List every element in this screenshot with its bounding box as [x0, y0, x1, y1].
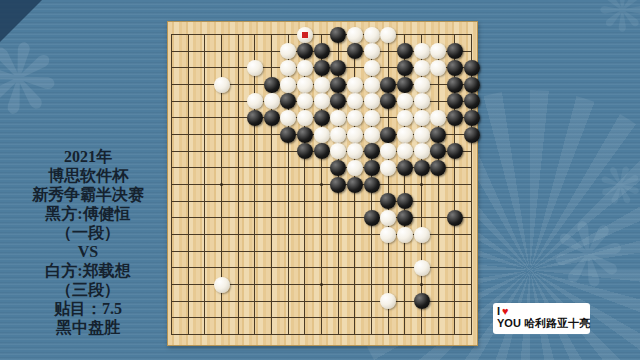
- white-stone: [364, 43, 380, 59]
- white-stone: [347, 93, 363, 109]
- black-stone: [364, 177, 380, 193]
- black-stone: [364, 210, 380, 226]
- info-line-7: （三段）: [6, 280, 170, 299]
- star-point: [320, 283, 323, 286]
- white-stone: [314, 77, 330, 93]
- black-stone: [247, 110, 263, 126]
- white-stone: [380, 143, 396, 159]
- white-stone: [347, 160, 363, 176]
- white-stone: [364, 27, 380, 43]
- white-stone: [414, 260, 430, 276]
- black-stone: [330, 27, 346, 43]
- white-stone: [364, 127, 380, 143]
- info-line-9: 黑中盘胜: [6, 318, 170, 337]
- white-stone: [247, 60, 263, 76]
- white-stone: [380, 210, 396, 226]
- logo-i-text: I: [497, 305, 500, 317]
- star-point: [420, 183, 423, 186]
- game-info-panel: 2021年博思软件杯新秀争霸半决赛黑方:傅健恒（一段）VS白方:郑载想（三段）贴…: [6, 147, 170, 337]
- black-stone: [447, 93, 463, 109]
- black-stone: [330, 60, 346, 76]
- info-line-5: VS: [6, 242, 170, 261]
- black-stone: [314, 110, 330, 126]
- black-stone: [380, 77, 396, 93]
- white-stone: [297, 93, 313, 109]
- black-stone: [447, 77, 463, 93]
- logo-bottom-line: YOU 哈利路亚十亮: [497, 317, 586, 330]
- black-stone: [314, 143, 330, 159]
- white-stone: [297, 60, 313, 76]
- black-stone: [447, 43, 463, 59]
- last-move-marker: [302, 32, 308, 38]
- black-stone: [464, 93, 480, 109]
- white-stone: [280, 43, 296, 59]
- white-stone: [314, 127, 330, 143]
- black-stone: [314, 43, 330, 59]
- black-stone: [264, 110, 280, 126]
- black-stone: [314, 60, 330, 76]
- black-stone: [364, 160, 380, 176]
- white-stone: [397, 110, 413, 126]
- white-stone: [347, 127, 363, 143]
- white-stone: [430, 60, 446, 76]
- white-stone: [380, 160, 396, 176]
- black-stone: [397, 77, 413, 93]
- white-stone: [364, 77, 380, 93]
- black-stone: [380, 127, 396, 143]
- white-stone: [380, 227, 396, 243]
- white-stone: [264, 93, 280, 109]
- white-stone: [414, 77, 430, 93]
- white-stone: [364, 60, 380, 76]
- white-stone: [280, 77, 296, 93]
- star-point: [220, 183, 223, 186]
- white-stone: [414, 110, 430, 126]
- white-stone: [380, 293, 396, 309]
- info-line-6: 白方:郑载想: [6, 261, 170, 280]
- white-stone: [380, 27, 396, 43]
- white-stone: [430, 110, 446, 126]
- grid-line-h: [171, 201, 472, 202]
- white-stone: [314, 93, 330, 109]
- white-stone: [297, 27, 313, 43]
- white-stone: [414, 60, 430, 76]
- black-stone: [397, 43, 413, 59]
- grid-line-h: [171, 317, 472, 318]
- black-stone: [347, 177, 363, 193]
- star-point: [420, 283, 423, 286]
- white-stone: [397, 127, 413, 143]
- white-stone: [214, 277, 230, 293]
- black-stone: [447, 110, 463, 126]
- white-stone: [330, 143, 346, 159]
- logo-top-line: I♥: [497, 305, 586, 317]
- star-point: [320, 183, 323, 186]
- black-stone: [264, 77, 280, 93]
- black-stone: [430, 160, 446, 176]
- grid-line-v: [438, 34, 439, 335]
- black-stone: [414, 293, 430, 309]
- info-line-1: 博思软件杯: [6, 166, 170, 185]
- white-stone: [414, 93, 430, 109]
- white-stone: [347, 110, 363, 126]
- white-stone: [247, 93, 263, 109]
- black-stone: [297, 127, 313, 143]
- black-stone: [330, 77, 346, 93]
- info-line-2: 新秀争霸半决赛: [6, 185, 170, 204]
- white-stone: [347, 27, 363, 43]
- black-stone: [380, 93, 396, 109]
- black-stone: [397, 160, 413, 176]
- grid-line-h: [171, 217, 472, 218]
- black-stone: [364, 143, 380, 159]
- white-stone: [280, 110, 296, 126]
- white-stone: [397, 227, 413, 243]
- white-stone: [414, 227, 430, 243]
- black-stone: [464, 127, 480, 143]
- white-stone: [330, 127, 346, 143]
- white-stone: [297, 110, 313, 126]
- black-stone: [297, 43, 313, 59]
- white-stone: [430, 43, 446, 59]
- white-stone: [414, 43, 430, 59]
- black-stone: [447, 210, 463, 226]
- grid-line-h: [171, 251, 472, 252]
- black-stone: [397, 210, 413, 226]
- black-stone: [280, 93, 296, 109]
- white-stone: [414, 127, 430, 143]
- white-stone: [364, 93, 380, 109]
- go-board: [167, 21, 478, 346]
- black-stone: [430, 127, 446, 143]
- black-stone: [297, 143, 313, 159]
- white-stone: [414, 143, 430, 159]
- black-stone: [397, 60, 413, 76]
- black-stone: [447, 143, 463, 159]
- black-stone: [280, 127, 296, 143]
- black-stone: [414, 160, 430, 176]
- black-stone: [397, 193, 413, 209]
- white-stone: [330, 110, 346, 126]
- black-stone: [447, 60, 463, 76]
- white-stone: [347, 77, 363, 93]
- white-stone: [397, 93, 413, 109]
- heart-icon: ♥: [502, 305, 509, 317]
- black-stone: [430, 143, 446, 159]
- grid-line-h: [171, 334, 472, 335]
- black-stone: [464, 60, 480, 76]
- black-stone: [347, 43, 363, 59]
- channel-logo: I♥ YOU 哈利路亚十亮: [493, 303, 590, 334]
- white-stone: [364, 110, 380, 126]
- white-stone: [397, 143, 413, 159]
- info-line-0: 2021年: [6, 147, 170, 166]
- black-stone: [380, 193, 396, 209]
- white-stone: [347, 143, 363, 159]
- info-line-8: 贴目：7.5: [6, 299, 170, 318]
- white-stone: [297, 77, 313, 93]
- black-stone: [330, 177, 346, 193]
- info-line-3: 黑方:傅健恒: [6, 204, 170, 223]
- black-stone: [330, 160, 346, 176]
- info-line-4: （一段）: [6, 223, 170, 242]
- black-stone: [464, 110, 480, 126]
- flower-icon: ❋: [598, 0, 640, 40]
- white-stone: [214, 77, 230, 93]
- black-stone: [464, 77, 480, 93]
- white-stone: [280, 60, 296, 76]
- black-stone: [330, 93, 346, 109]
